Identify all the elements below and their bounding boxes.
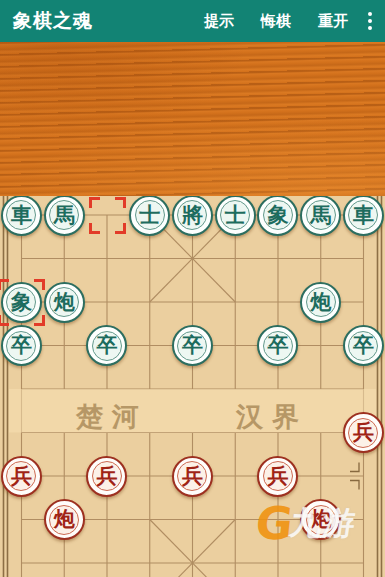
board-point[interactable]: 車 bbox=[0, 196, 43, 237]
piece-black-p[interactable]: 卒 bbox=[1, 325, 42, 366]
board-point[interactable]: 卒 bbox=[342, 324, 385, 368]
board-point[interactable] bbox=[43, 324, 86, 368]
piece-black-n[interactable]: 馬 bbox=[44, 196, 85, 236]
app-window: 象棋之魂 提示 悔棋 重开 楚河 汉界 車馬士將士象馬車象炮炮卒卒卒卒卒兵兵兵兵… bbox=[0, 0, 385, 577]
board-point[interactable] bbox=[128, 367, 171, 411]
piece-black-p[interactable]: 卒 bbox=[343, 325, 384, 366]
piece-black-a[interactable]: 士 bbox=[129, 196, 170, 236]
piece-label: 炮 bbox=[306, 505, 336, 535]
board-point[interactable] bbox=[171, 237, 214, 281]
board-point[interactable] bbox=[43, 541, 86, 577]
board-point[interactable]: 兵 bbox=[171, 454, 214, 498]
board-point[interactable] bbox=[299, 324, 342, 368]
board-point[interactable] bbox=[86, 280, 129, 324]
piece-label: 士 bbox=[220, 200, 250, 230]
piece-label: 卒 bbox=[348, 331, 378, 361]
board-point[interactable] bbox=[43, 237, 86, 281]
board-point[interactable] bbox=[214, 367, 257, 411]
piece-label: 卒 bbox=[6, 331, 36, 361]
board-point[interactable]: 兵 bbox=[257, 454, 300, 498]
piece-label: 兵 bbox=[263, 461, 293, 491]
board-point[interactable] bbox=[214, 454, 257, 498]
board-point[interactable]: 炮 bbox=[299, 498, 342, 542]
board-point[interactable] bbox=[214, 324, 257, 368]
board-point[interactable]: 象 bbox=[257, 196, 300, 237]
board-point[interactable]: 兵 bbox=[342, 411, 385, 455]
board-point[interactable] bbox=[86, 411, 129, 455]
board-point[interactable] bbox=[171, 280, 214, 324]
piece-label: 象 bbox=[6, 287, 36, 317]
board-point[interactable] bbox=[128, 237, 171, 281]
board-point[interactable] bbox=[86, 367, 129, 411]
piece-black-b[interactable]: 象 bbox=[1, 282, 42, 323]
board-point[interactable] bbox=[171, 411, 214, 455]
hint-button[interactable]: 提示 bbox=[204, 12, 234, 31]
piece-black-r[interactable]: 車 bbox=[343, 196, 384, 236]
board-point[interactable] bbox=[86, 196, 129, 237]
piece-label: 車 bbox=[6, 200, 36, 230]
board-point[interactable] bbox=[0, 411, 43, 455]
board-point[interactable] bbox=[128, 541, 171, 577]
board-point[interactable]: 馬 bbox=[43, 196, 86, 237]
piece-label: 卒 bbox=[177, 331, 207, 361]
board-point[interactable] bbox=[86, 498, 129, 542]
piece-black-p[interactable]: 卒 bbox=[172, 325, 213, 366]
overflow-menu-icon[interactable] bbox=[368, 12, 372, 30]
board-point[interactable] bbox=[342, 237, 385, 281]
piece-black-k[interactable]: 將 bbox=[172, 196, 213, 236]
board-point[interactable] bbox=[128, 498, 171, 542]
piece-black-r[interactable]: 車 bbox=[1, 196, 42, 236]
board-point[interactable] bbox=[257, 280, 300, 324]
board-point[interactable] bbox=[257, 237, 300, 281]
piece-red-p[interactable]: 兵 bbox=[172, 456, 213, 497]
piece-label: 馬 bbox=[49, 200, 79, 230]
board-point[interactable] bbox=[214, 237, 257, 281]
wood-background bbox=[0, 42, 385, 196]
piece-black-p[interactable]: 卒 bbox=[86, 325, 127, 366]
app-bar: 象棋之魂 提示 悔棋 重开 bbox=[0, 0, 385, 42]
board-point[interactable] bbox=[171, 541, 214, 577]
board-point[interactable] bbox=[342, 454, 385, 498]
board-point[interactable] bbox=[257, 411, 300, 455]
board-point[interactable] bbox=[128, 454, 171, 498]
piece-black-c[interactable]: 炮 bbox=[44, 282, 85, 323]
board-point[interactable] bbox=[342, 280, 385, 324]
board-point[interactable] bbox=[128, 411, 171, 455]
board-point[interactable]: 將 bbox=[171, 196, 214, 237]
board-point[interactable]: 兵 bbox=[0, 454, 43, 498]
board-point[interactable]: 卒 bbox=[257, 324, 300, 368]
piece-black-c[interactable]: 炮 bbox=[300, 282, 341, 323]
board-point[interactable] bbox=[214, 411, 257, 455]
piece-label: 兵 bbox=[92, 461, 122, 491]
piece-label: 象 bbox=[263, 200, 293, 230]
board-point[interactable] bbox=[342, 498, 385, 542]
board-point[interactable] bbox=[86, 237, 129, 281]
piece-red-p[interactable]: 兵 bbox=[1, 456, 42, 497]
board-point[interactable]: 卒 bbox=[0, 324, 43, 368]
pieces-grid: 車馬士將士象馬車象炮炮卒卒卒卒卒兵兵兵兵兵炮炮車馬相仕帥仕相馬車 bbox=[0, 196, 385, 577]
piece-label: 炮 bbox=[49, 287, 79, 317]
board-point[interactable] bbox=[257, 498, 300, 542]
board-point[interactable] bbox=[0, 498, 43, 542]
board-point[interactable] bbox=[214, 541, 257, 577]
piece-label: 馬 bbox=[306, 200, 336, 230]
board-point[interactable] bbox=[0, 237, 43, 281]
board-point[interactable]: 馬 bbox=[299, 196, 342, 237]
xiangqi-board[interactable]: 楚河 汉界 車馬士將士象馬車象炮炮卒卒卒卒卒兵兵兵兵兵炮炮車馬相仕帥仕相馬車 bbox=[0, 196, 385, 577]
board-point[interactable]: 卒 bbox=[86, 324, 129, 368]
piece-label: 士 bbox=[135, 200, 165, 230]
piece-label: 卒 bbox=[263, 331, 293, 361]
undo-button[interactable]: 悔棋 bbox=[261, 12, 291, 31]
board-point[interactable] bbox=[0, 541, 43, 577]
board-point[interactable]: 炮 bbox=[43, 280, 86, 324]
board-point[interactable] bbox=[342, 541, 385, 577]
board-point[interactable] bbox=[257, 367, 300, 411]
board-point[interactable]: 炮 bbox=[43, 498, 86, 542]
board-point[interactable] bbox=[299, 237, 342, 281]
piece-label: 炮 bbox=[306, 287, 336, 317]
board-point[interactable] bbox=[128, 280, 171, 324]
board-point[interactable]: 車 bbox=[342, 196, 385, 237]
board-point[interactable]: 卒 bbox=[171, 324, 214, 368]
board-point[interactable]: 象 bbox=[0, 280, 43, 324]
board-point[interactable] bbox=[0, 367, 43, 411]
board-point[interactable] bbox=[128, 324, 171, 368]
board-point[interactable] bbox=[43, 411, 86, 455]
piece-red-c[interactable]: 炮 bbox=[44, 499, 85, 540]
app-bar-actions: 提示 悔棋 重开 bbox=[204, 12, 348, 31]
piece-label: 將 bbox=[177, 200, 207, 230]
piece-red-c[interactable]: 炮 bbox=[300, 499, 341, 540]
board-point[interactable]: 兵 bbox=[86, 454, 129, 498]
board-point[interactable]: 士 bbox=[128, 196, 171, 237]
board-point[interactable] bbox=[171, 367, 214, 411]
piece-red-p[interactable]: 兵 bbox=[86, 456, 127, 497]
board-point[interactable] bbox=[86, 541, 129, 577]
board-point[interactable] bbox=[214, 498, 257, 542]
piece-label: 卒 bbox=[92, 331, 122, 361]
piece-black-n[interactable]: 馬 bbox=[300, 196, 341, 236]
board-point[interactable] bbox=[43, 454, 86, 498]
piece-label: 兵 bbox=[177, 461, 207, 491]
board-point[interactable] bbox=[214, 280, 257, 324]
piece-label: 車 bbox=[348, 200, 378, 230]
piece-black-p[interactable]: 卒 bbox=[257, 325, 298, 366]
piece-label: 炮 bbox=[49, 505, 79, 535]
piece-label: 兵 bbox=[6, 461, 36, 491]
restart-button[interactable]: 重开 bbox=[318, 12, 348, 31]
piece-black-b[interactable]: 象 bbox=[257, 196, 298, 236]
board-point[interactable]: 士 bbox=[214, 196, 257, 237]
board-point[interactable] bbox=[43, 367, 86, 411]
piece-black-a[interactable]: 士 bbox=[215, 196, 256, 236]
board-point[interactable] bbox=[171, 498, 214, 542]
board-point[interactable] bbox=[342, 367, 385, 411]
board-point[interactable]: 炮 bbox=[299, 280, 342, 324]
piece-red-p[interactable]: 兵 bbox=[343, 412, 384, 453]
board-point[interactable] bbox=[299, 411, 342, 455]
app-title: 象棋之魂 bbox=[13, 8, 93, 34]
board-point[interactable] bbox=[257, 541, 300, 577]
piece-red-p[interactable]: 兵 bbox=[257, 456, 298, 497]
board-point[interactable] bbox=[299, 454, 342, 498]
board-point[interactable] bbox=[299, 367, 342, 411]
piece-label: 兵 bbox=[348, 418, 378, 448]
board-point[interactable] bbox=[299, 541, 342, 577]
